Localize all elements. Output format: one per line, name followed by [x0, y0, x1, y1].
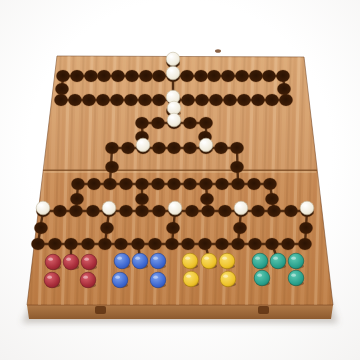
board-hole[interactable]	[265, 238, 278, 250]
board-hole[interactable]	[152, 142, 165, 154]
board-hole[interactable]	[87, 178, 100, 190]
red-player-peg-highlight	[66, 258, 71, 261]
white-barricade-peg[interactable]	[102, 201, 116, 215]
board-hole[interactable]	[165, 238, 178, 250]
blue-player-peg[interactable]	[132, 253, 148, 269]
green-player-peg[interactable]	[288, 253, 304, 269]
board-hole[interactable]	[215, 238, 228, 250]
white-barricade-peg-highlight	[302, 204, 307, 207]
board-hole[interactable]	[135, 205, 148, 217]
board-hole[interactable]	[98, 238, 111, 250]
board-hole[interactable]	[231, 238, 244, 250]
blue-player-peg[interactable]	[150, 272, 166, 288]
white-barricade-peg-highlight	[170, 204, 175, 207]
board-hole[interactable]	[201, 205, 214, 217]
board-hole[interactable]	[276, 70, 289, 82]
red-player-peg-highlight	[47, 276, 52, 279]
board-hole[interactable]	[68, 94, 81, 106]
blue-player-peg-highlight	[135, 257, 140, 260]
board-hole[interactable]	[119, 205, 132, 217]
red-player-peg[interactable]	[80, 272, 96, 288]
board-hole[interactable]	[151, 178, 164, 190]
red-player-peg[interactable]	[45, 254, 61, 270]
board-hole[interactable]	[279, 94, 292, 106]
board-hole[interactable]	[97, 70, 110, 82]
board-hole[interactable]	[214, 142, 227, 154]
board-hole[interactable]	[135, 193, 148, 205]
white-barricade-peg[interactable]	[199, 138, 213, 152]
blue-player-peg-highlight	[153, 276, 158, 279]
white-barricade-peg-highlight	[236, 204, 241, 207]
board-hole[interactable]	[124, 94, 137, 106]
yellow-player-peg[interactable]	[182, 253, 198, 269]
board-hole[interactable]	[31, 238, 44, 250]
board-hole[interactable]	[248, 238, 261, 250]
board-hole[interactable]	[56, 70, 69, 82]
board-hole[interactable]	[199, 117, 212, 129]
board-hole[interactable]	[152, 94, 165, 106]
board-hole[interactable]	[131, 238, 144, 250]
board-front-face	[27, 305, 333, 319]
board-hole[interactable]	[183, 117, 196, 129]
board-hole[interactable]	[81, 238, 94, 250]
board-hole[interactable]	[263, 178, 276, 190]
white-barricade-peg[interactable]	[36, 201, 50, 215]
white-barricade-peg-highlight	[169, 104, 174, 107]
board-hole[interactable]	[125, 70, 138, 82]
yellow-player-peg[interactable]	[219, 253, 235, 269]
board-hole[interactable]	[267, 205, 280, 217]
hinge-clasp	[258, 306, 269, 314]
board-hole[interactable]	[69, 205, 82, 217]
board-hole[interactable]	[82, 94, 95, 106]
white-barricade-peg[interactable]	[300, 201, 314, 215]
yellow-player-peg[interactable]	[220, 271, 236, 287]
green-player-peg[interactable]	[288, 270, 304, 286]
yellow-player-peg-highlight	[186, 275, 191, 278]
white-barricade-peg-highlight	[168, 55, 173, 58]
green-player-peg-highlight	[291, 257, 296, 260]
green-player-peg[interactable]	[252, 253, 268, 269]
yellow-player-peg-highlight	[185, 257, 190, 260]
red-player-peg-highlight	[83, 276, 88, 279]
board-hole[interactable]	[110, 94, 123, 106]
white-barricade-peg-highlight	[38, 204, 43, 207]
board-hole[interactable]	[251, 205, 264, 217]
green-player-peg-highlight	[257, 274, 262, 277]
board-hole[interactable]	[198, 238, 211, 250]
board-hole[interactable]	[299, 222, 312, 234]
board-hole[interactable]	[237, 94, 250, 106]
white-barricade-peg-highlight	[104, 204, 109, 207]
green-player-peg-highlight	[273, 257, 278, 260]
board-hole[interactable]	[251, 94, 264, 106]
red-player-peg[interactable]	[44, 272, 60, 288]
red-player-peg-highlight	[84, 258, 89, 261]
yellow-player-peg-highlight	[223, 275, 228, 278]
white-barricade-peg[interactable]	[167, 101, 181, 115]
blue-player-peg-highlight	[115, 276, 120, 279]
green-player-peg-highlight	[291, 274, 296, 277]
board-hole[interactable]	[70, 193, 83, 205]
white-barricade-peg-highlight	[169, 116, 174, 119]
white-barricade-peg[interactable]	[166, 66, 180, 80]
green-player-peg[interactable]	[270, 253, 286, 269]
board-hole[interactable]	[152, 70, 165, 82]
red-player-peg[interactable]	[81, 254, 97, 270]
board-hole[interactable]	[167, 178, 180, 190]
white-barricade-peg[interactable]	[167, 113, 181, 127]
board-hole[interactable]	[55, 83, 68, 95]
board-hole[interactable]	[247, 178, 260, 190]
board-hole[interactable]	[34, 222, 47, 234]
board-hole[interactable]	[265, 193, 278, 205]
board-hole[interactable]	[121, 142, 134, 154]
board-hole[interactable]	[105, 161, 118, 173]
white-barricade-peg-highlight	[168, 93, 173, 96]
white-barricade-peg[interactable]	[234, 201, 248, 215]
blue-player-peg-highlight	[117, 257, 122, 260]
board-hole[interactable]	[181, 238, 194, 250]
board-hole[interactable]	[207, 70, 220, 82]
board-hole[interactable]	[230, 161, 243, 173]
board-hole[interactable]	[48, 238, 61, 250]
hinge-clasp	[95, 306, 106, 314]
board-hole[interactable]	[209, 94, 222, 106]
board-hole[interactable]	[105, 142, 118, 154]
board-hole[interactable]	[180, 70, 193, 82]
yellow-player-peg[interactable]	[183, 271, 199, 287]
red-player-peg[interactable]	[63, 254, 79, 270]
board-hole[interactable]	[70, 70, 83, 82]
board-hole[interactable]	[166, 222, 179, 234]
board-hole[interactable]	[138, 94, 151, 106]
board-hole[interactable]	[152, 205, 165, 217]
yellow-player-peg-highlight	[204, 257, 209, 260]
wood-knot	[215, 49, 221, 53]
board-hole[interactable]	[96, 94, 109, 106]
white-barricade-peg[interactable]	[136, 138, 150, 152]
board-hole[interactable]	[181, 94, 194, 106]
board-hole[interactable]	[183, 178, 196, 190]
board-hole[interactable]	[183, 142, 196, 154]
white-barricade-peg-highlight	[168, 69, 173, 72]
white-barricade-peg[interactable]	[168, 201, 182, 215]
board-hole[interactable]	[100, 222, 113, 234]
white-barricade-peg-highlight	[201, 141, 206, 144]
board-hole[interactable]	[53, 205, 66, 217]
board-hole[interactable]	[277, 83, 290, 95]
board-hole[interactable]	[230, 142, 243, 154]
board-hole[interactable]	[265, 94, 278, 106]
board-hole[interactable]	[135, 117, 148, 129]
board-hole[interactable]	[233, 222, 246, 234]
board-hole[interactable]	[215, 178, 228, 190]
board-hole[interactable]	[221, 70, 234, 82]
board-hole[interactable]	[148, 238, 161, 250]
board-hole[interactable]	[135, 178, 148, 190]
board-hole[interactable]	[195, 94, 208, 106]
board-hole[interactable]	[54, 94, 67, 106]
board-hole[interactable]	[84, 70, 97, 82]
red-player-peg-highlight	[48, 258, 53, 261]
board-hole[interactable]	[64, 238, 77, 250]
board-hole[interactable]	[218, 205, 231, 217]
board-hole[interactable]	[199, 178, 212, 190]
board-hole[interactable]	[119, 178, 132, 190]
board-hole[interactable]	[281, 238, 294, 250]
board-hole[interactable]	[200, 193, 213, 205]
board-hole[interactable]	[223, 94, 236, 106]
board-hole[interactable]	[114, 238, 127, 250]
blue-player-peg[interactable]	[112, 272, 128, 288]
blue-player-peg-highlight	[153, 257, 158, 260]
board-hole[interactable]	[111, 70, 124, 82]
board-hole[interactable]	[185, 205, 198, 217]
yellow-player-peg[interactable]	[201, 253, 217, 269]
blue-player-peg[interactable]	[114, 253, 130, 269]
board-hole[interactable]	[139, 70, 152, 82]
board-hole[interactable]	[167, 142, 180, 154]
white-barricade-peg[interactable]	[166, 52, 180, 66]
board-hole[interactable]	[71, 178, 84, 190]
board-hole[interactable]	[151, 117, 164, 129]
board-svg	[0, 0, 360, 360]
blue-player-peg[interactable]	[150, 253, 166, 269]
board-hole[interactable]	[231, 178, 244, 190]
yellow-player-peg-highlight	[222, 257, 227, 260]
board-hole[interactable]	[284, 205, 297, 217]
board-hole[interactable]	[103, 178, 116, 190]
green-player-peg-highlight	[255, 257, 260, 260]
board-hole[interactable]	[86, 205, 99, 217]
board-hole[interactable]	[298, 238, 311, 250]
green-player-peg[interactable]	[254, 270, 270, 286]
white-barricade-peg-highlight	[138, 141, 143, 144]
board-hole[interactable]	[235, 70, 248, 82]
board-hole[interactable]	[249, 70, 262, 82]
game-board-photo	[0, 0, 360, 360]
board-hole[interactable]	[194, 70, 207, 82]
board-hole[interactable]	[262, 70, 275, 82]
